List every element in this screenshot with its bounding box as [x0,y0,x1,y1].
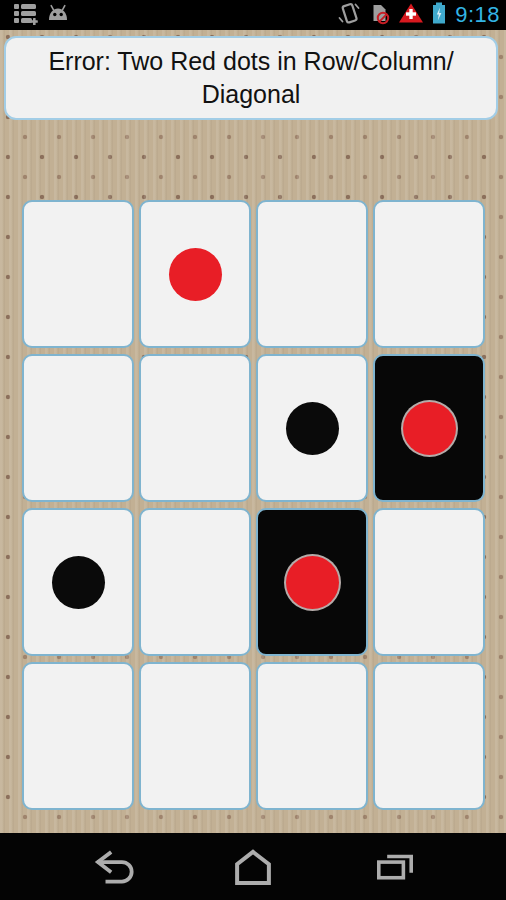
vibrate-icon [337,1,361,29]
card-r3c1[interactable] [22,508,134,656]
card-r1c4[interactable] [373,200,485,348]
card-r2c1[interactable] [22,354,134,502]
puzzle-board [22,200,485,810]
card-r4c4[interactable] [373,662,485,810]
back-icon [89,847,137,888]
card-r2c4[interactable] [373,354,485,502]
card-r4c1[interactable] [22,662,134,810]
black-dot [286,402,339,455]
home-icon [228,846,278,889]
battery-charging-icon [431,1,447,29]
no-sim-icon [367,1,391,29]
card-r4c3[interactable] [256,662,368,810]
phone-screen: 9:18 Error: Two Red dots in Row/Column/ … [0,0,506,900]
card-r1c1[interactable] [22,200,134,348]
card-r1c2[interactable] [139,200,251,348]
card-r3c3[interactable] [256,508,368,656]
card-r3c2[interactable] [139,508,251,656]
red-dot [403,402,456,455]
card-r4c2[interactable] [139,662,251,810]
error-message-line2: Diagonal [202,78,301,111]
status-bar: 9:18 [0,0,506,30]
card-r2c2[interactable] [139,354,251,502]
home-button[interactable] [225,845,281,889]
card-r1c3[interactable] [256,200,368,348]
card-r3c4[interactable] [373,508,485,656]
red-dot [286,556,339,609]
recent-apps-button[interactable] [367,845,423,889]
status-bar-left [0,1,71,29]
usb-debugging-android-icon [45,1,71,29]
warning-cross-icon [397,1,425,29]
red-dot [169,248,222,301]
error-message-line1: Error: Two Red dots in Row/Column/ [48,45,453,78]
game-background: Error: Two Red dots in Row/Column/ Diago… [0,30,506,833]
recent-apps-icon [372,847,418,888]
playlist-add-icon [12,1,38,29]
status-bar-right: 9:18 [337,0,506,30]
clock: 9:18 [453,0,500,30]
navigation-bar [0,833,506,900]
card-r2c3[interactable] [256,354,368,502]
back-button[interactable] [85,845,141,889]
black-dot [52,556,105,609]
error-message-box: Error: Two Red dots in Row/Column/ Diago… [4,36,498,120]
